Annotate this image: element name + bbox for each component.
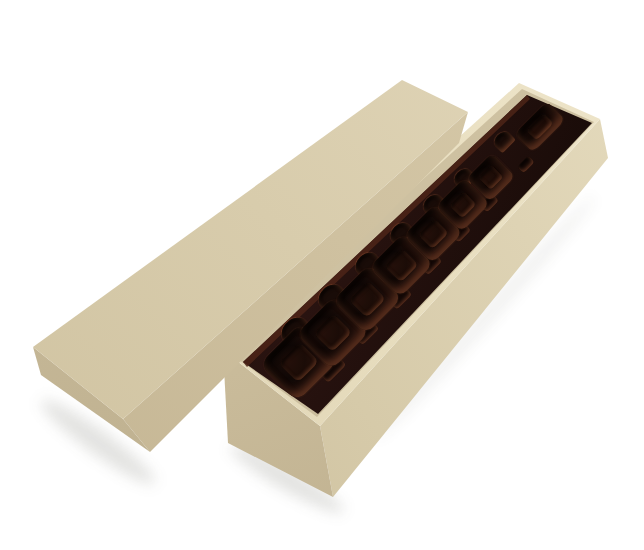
- lid-side-face: [0, 0, 644, 550]
- box-lid: [0, 0, 644, 550]
- photo-stage: [0, 0, 644, 550]
- product-photo: [0, 0, 644, 550]
